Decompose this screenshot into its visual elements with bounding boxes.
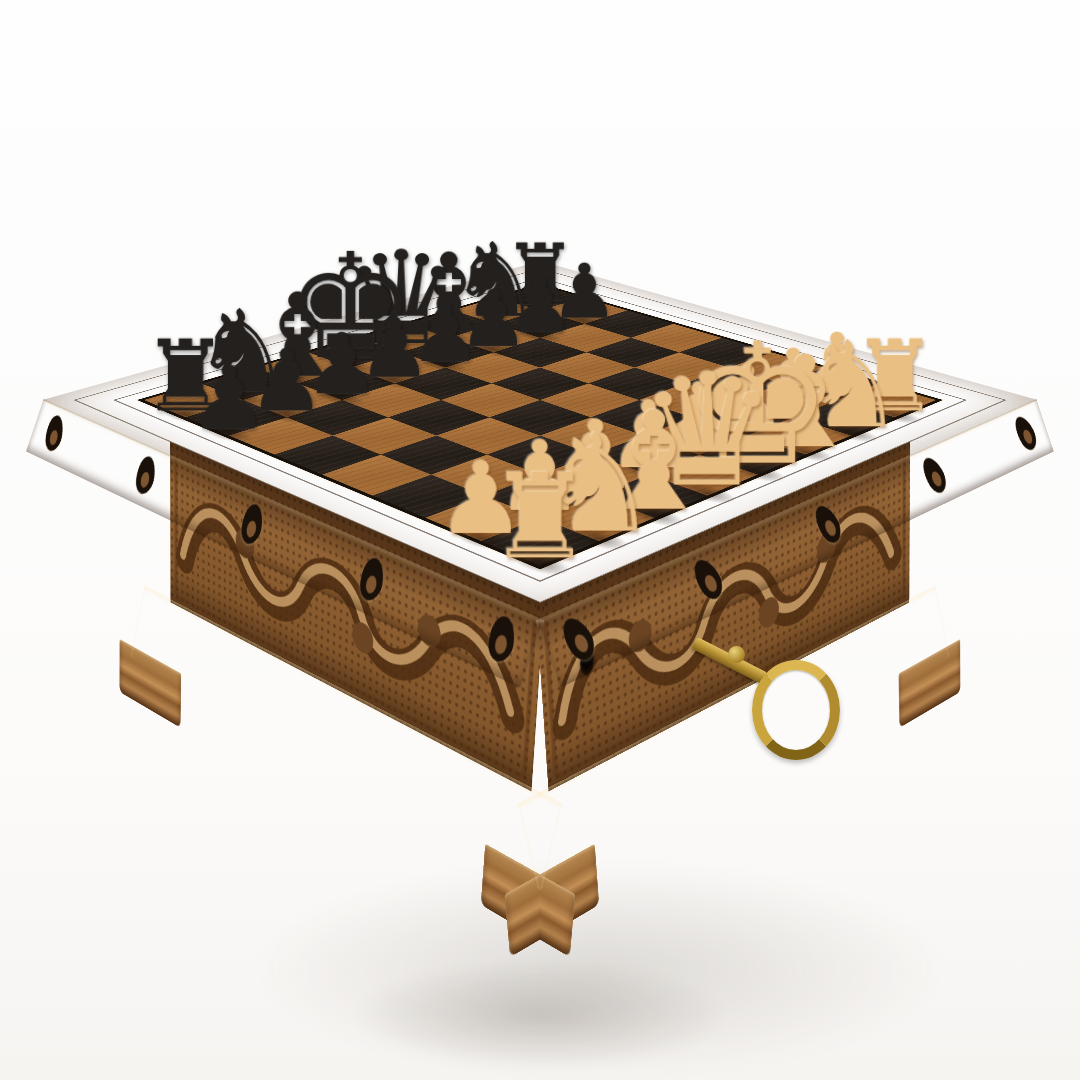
rim-carving-mark bbox=[44, 415, 65, 452]
floor-contact-shadow bbox=[350, 960, 730, 1070]
rim-carving-mark bbox=[689, 553, 727, 605]
rim-carving-mark bbox=[134, 456, 157, 495]
rim-carving-mark bbox=[240, 504, 265, 545]
rim-carving-mark bbox=[358, 558, 385, 601]
rim-carving-mark bbox=[557, 611, 600, 667]
rim-carving-mark bbox=[1011, 411, 1039, 455]
black-pawn-glyph: ♟ bbox=[114, 354, 345, 442]
key-ring-bow bbox=[752, 660, 840, 760]
key-collar bbox=[728, 646, 745, 663]
chess-box-scene: ♜♞♝♚♛♝♞♜♟♟♟♟♟♟♟♟♟♟♟♟♟♟♟♟♜♞♝♛♚♝♞♜ bbox=[0, 0, 1080, 1080]
white-rook-glyph: ♜ bbox=[406, 458, 675, 575]
rim-carving-mark bbox=[486, 616, 516, 662]
